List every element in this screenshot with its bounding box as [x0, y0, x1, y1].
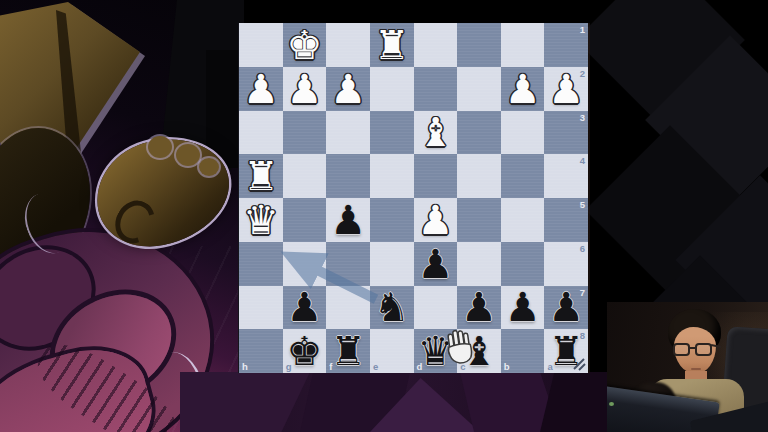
- square-e5[interactable]: [370, 198, 414, 242]
- square-b2[interactable]: ♟: [501, 67, 545, 111]
- grab-hand-icon[interactable]: [446, 328, 474, 366]
- square-g7[interactable]: ♟: [283, 286, 327, 330]
- square-e4[interactable]: [370, 154, 414, 198]
- facet: [540, 372, 612, 432]
- square-b5[interactable]: [501, 198, 545, 242]
- square-d1[interactable]: [414, 23, 458, 67]
- square-a5[interactable]: 5: [544, 198, 588, 242]
- white-rook[interactable]: ♜: [374, 25, 410, 65]
- rank-label-1: 1: [580, 25, 585, 35]
- white-pawn[interactable]: ♟: [243, 69, 279, 109]
- mascot-artwork: [0, 0, 244, 432]
- rank-label-8: 8: [580, 331, 585, 341]
- square-b4[interactable]: [501, 154, 545, 198]
- knuckle: [148, 136, 172, 158]
- rank-label-2: 2: [580, 69, 585, 79]
- square-d6[interactable]: ♟: [414, 242, 458, 286]
- square-b8[interactable]: b: [501, 329, 545, 373]
- knuckle: [199, 158, 219, 176]
- square-c2[interactable]: [457, 67, 501, 111]
- rank-label-5: 5: [580, 200, 585, 210]
- square-e8[interactable]: e: [370, 329, 414, 373]
- square-c7[interactable]: ♟: [457, 286, 501, 330]
- square-g4[interactable]: [283, 154, 327, 198]
- black-knight[interactable]: ♞: [374, 287, 410, 327]
- square-d3[interactable]: ♝: [414, 111, 458, 155]
- white-pawn[interactable]: ♟: [505, 69, 541, 109]
- rank-label-3: 3: [580, 113, 585, 123]
- rank-label-7: 7: [580, 288, 585, 298]
- square-f5[interactable]: ♟: [326, 198, 370, 242]
- white-bishop[interactable]: ♝: [417, 112, 453, 152]
- streamer-mouth: [691, 368, 701, 370]
- square-f8[interactable]: ♜f: [326, 329, 370, 373]
- file-label-g: g: [286, 362, 292, 372]
- dark-pillar-2: [206, 50, 240, 168]
- square-b3[interactable]: [501, 111, 545, 155]
- white-king[interactable]: ♚: [287, 25, 323, 65]
- file-label-d: d: [417, 362, 423, 372]
- square-g5[interactable]: [283, 198, 327, 242]
- square-e2[interactable]: [370, 67, 414, 111]
- square-f2[interactable]: ♟: [326, 67, 370, 111]
- led-glint: [609, 402, 614, 406]
- square-f3[interactable]: [326, 111, 370, 155]
- black-pawn[interactable]: ♟: [330, 200, 366, 240]
- square-h5[interactable]: ♛: [239, 198, 283, 242]
- square-c6[interactable]: [457, 242, 501, 286]
- white-rook[interactable]: ♜: [243, 156, 279, 196]
- square-a3[interactable]: 3: [544, 111, 588, 155]
- white-pawn[interactable]: ♟: [417, 200, 453, 240]
- square-d5[interactable]: ♟: [414, 198, 458, 242]
- square-b7[interactable]: ♟: [501, 286, 545, 330]
- glasses-right-lens: [695, 343, 712, 356]
- black-pawn[interactable]: ♟: [417, 244, 453, 284]
- square-e7[interactable]: ♞: [370, 286, 414, 330]
- square-d2[interactable]: [414, 67, 458, 111]
- rank-label-6: 6: [580, 244, 585, 254]
- chess-board[interactable]: ♚♜1♟♟♟♟♟2♝3♜4♛♟♟5♟6♟♞♟♟♟7h♚g♜fe♛d♝cb♜8a: [238, 23, 588, 373]
- square-b6[interactable]: [501, 242, 545, 286]
- glasses-bridge: [689, 347, 696, 349]
- square-h3[interactable]: [239, 111, 283, 155]
- white-pawn[interactable]: ♟: [287, 69, 323, 109]
- square-a2[interactable]: ♟2: [544, 67, 588, 111]
- square-h4[interactable]: ♜: [239, 154, 283, 198]
- file-label-h: h: [242, 362, 248, 372]
- square-a1[interactable]: 1: [544, 23, 588, 67]
- square-h2[interactable]: ♟: [239, 67, 283, 111]
- square-d4[interactable]: [414, 154, 458, 198]
- glasses-left-lens: [673, 343, 690, 356]
- square-f6[interactable]: [326, 242, 370, 286]
- square-c4[interactable]: [457, 154, 501, 198]
- file-label-e: e: [373, 362, 378, 372]
- square-a4[interactable]: 4: [544, 154, 588, 198]
- square-g1[interactable]: ♚: [283, 23, 327, 67]
- webcam-video: [607, 302, 768, 432]
- black-pawn[interactable]: ♟: [505, 287, 541, 327]
- square-g3[interactable]: [283, 111, 327, 155]
- square-e6[interactable]: [370, 242, 414, 286]
- white-pawn[interactable]: ♟: [330, 69, 366, 109]
- file-label-a: a: [547, 362, 552, 372]
- square-h1[interactable]: [239, 23, 283, 67]
- black-pawn[interactable]: ♟: [287, 287, 323, 327]
- file-label-b: b: [504, 362, 510, 372]
- square-g2[interactable]: ♟: [283, 67, 327, 111]
- square-a6[interactable]: 6: [544, 242, 588, 286]
- square-c1[interactable]: [457, 23, 501, 67]
- stream-screen: ♚♜1♟♟♟♟♟2♝3♜4♛♟♟5♟6♟♞♟♟♟7h♚g♜fe♛d♝cb♜8a: [0, 0, 768, 432]
- square-e3[interactable]: [370, 111, 414, 155]
- square-h6[interactable]: [239, 242, 283, 286]
- square-h8[interactable]: h: [239, 329, 283, 373]
- rank-label-4: 4: [580, 156, 585, 166]
- file-label-f: f: [329, 362, 332, 372]
- square-f1[interactable]: [326, 23, 370, 67]
- square-c3[interactable]: [457, 111, 501, 155]
- black-rook[interactable]: ♜: [330, 331, 366, 371]
- knuckle: [176, 144, 200, 166]
- square-a7[interactable]: ♟7: [544, 286, 588, 330]
- square-h7[interactable]: [239, 286, 283, 330]
- facet: [180, 372, 310, 432]
- square-g6[interactable]: [283, 242, 327, 286]
- black-pawn[interactable]: ♟: [461, 287, 497, 327]
- faceted-purple-band: [180, 372, 612, 432]
- black-king[interactable]: ♚: [287, 331, 323, 371]
- square-b1[interactable]: [501, 23, 545, 67]
- white-queen[interactable]: ♛: [243, 200, 279, 240]
- square-e1[interactable]: ♜: [370, 23, 414, 67]
- square-g8[interactable]: ♚g: [283, 329, 327, 373]
- board-resize-handle-icon[interactable]: [572, 357, 586, 371]
- square-f7[interactable]: [326, 286, 370, 330]
- square-d7[interactable]: [414, 286, 458, 330]
- square-f4[interactable]: [326, 154, 370, 198]
- square-c5[interactable]: [457, 198, 501, 242]
